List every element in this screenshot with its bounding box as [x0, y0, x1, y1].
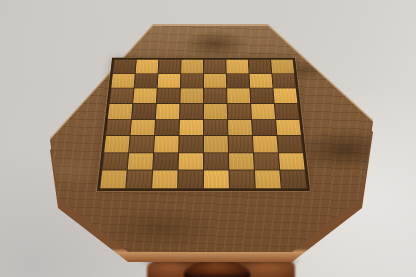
square-a6 [110, 89, 134, 103]
square-c3 [154, 136, 178, 152]
square-a1 [100, 171, 126, 188]
square-h5 [275, 104, 299, 119]
square-e1 [204, 171, 229, 188]
square-h4 [276, 120, 301, 136]
square-c6 [157, 89, 180, 103]
square-b7 [134, 74, 157, 88]
square-d4 [180, 120, 204, 136]
square-b5 [132, 104, 156, 119]
square-g6 [250, 89, 273, 103]
square-e3 [204, 136, 228, 152]
square-c8 [158, 60, 180, 74]
square-d6 [180, 89, 203, 103]
square-e5 [204, 104, 227, 119]
square-g1 [255, 171, 281, 188]
square-f6 [227, 89, 250, 103]
square-c5 [156, 104, 180, 119]
square-f5 [228, 104, 252, 119]
square-h3 [277, 136, 302, 152]
square-g3 [253, 136, 278, 152]
chessboard-perspective [97, 58, 310, 191]
square-g5 [251, 104, 275, 119]
square-b6 [133, 89, 156, 103]
square-d1 [178, 171, 203, 188]
square-d7 [181, 74, 203, 88]
square-b4 [131, 120, 155, 136]
square-b8 [136, 60, 159, 74]
square-e6 [204, 89, 227, 103]
square-g2 [254, 153, 279, 170]
square-c2 [153, 153, 178, 170]
square-c7 [158, 74, 181, 88]
square-f4 [228, 120, 252, 136]
square-a2 [102, 153, 128, 170]
square-e2 [204, 153, 228, 170]
square-b2 [128, 153, 153, 170]
square-f1 [229, 171, 254, 188]
square-a4 [106, 120, 131, 136]
square-f3 [228, 136, 252, 152]
square-a7 [111, 74, 134, 88]
square-g4 [252, 120, 276, 136]
square-e4 [204, 120, 228, 136]
square-h1 [280, 171, 306, 188]
square-g7 [249, 74, 272, 88]
square-g8 [249, 60, 272, 74]
square-e7 [204, 74, 226, 88]
square-a5 [108, 104, 132, 119]
square-d8 [181, 60, 203, 74]
square-f2 [229, 153, 254, 170]
square-e8 [204, 60, 226, 74]
photo-scene [0, 0, 416, 277]
square-a8 [113, 60, 136, 74]
square-d2 [179, 153, 203, 170]
square-b1 [126, 171, 152, 188]
square-h6 [273, 89, 297, 103]
square-c4 [155, 120, 179, 136]
square-f7 [227, 74, 250, 88]
square-h7 [272, 74, 295, 88]
square-f8 [226, 60, 248, 74]
square-h8 [271, 60, 294, 74]
square-d5 [180, 104, 203, 119]
chessboard [97, 58, 310, 191]
square-h2 [279, 153, 305, 170]
square-a3 [104, 136, 129, 152]
square-c1 [152, 171, 177, 188]
square-b3 [129, 136, 154, 152]
square-d3 [179, 136, 203, 152]
